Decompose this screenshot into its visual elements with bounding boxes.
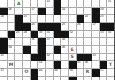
cell-letter: E xyxy=(69,46,76,53)
grid-cell[interactable] xyxy=(23,38,31,46)
clue-number: 15 xyxy=(108,0,111,3)
grid-cell[interactable] xyxy=(61,61,69,69)
grid-cell[interactable]: R xyxy=(84,69,92,77)
grid-cell[interactable]: 37 xyxy=(46,38,54,46)
clue-number: 39 xyxy=(8,46,11,49)
grid-cell[interactable] xyxy=(107,8,115,16)
clue-number: 38 xyxy=(62,38,65,41)
grid-cell[interactable]: 41 xyxy=(0,54,8,62)
grid-cell[interactable] xyxy=(15,8,23,16)
black-cell xyxy=(0,38,8,46)
grid-cell[interactable] xyxy=(54,54,62,62)
grid-cell[interactable] xyxy=(84,23,92,31)
clue-number: 28 xyxy=(16,31,19,34)
grid-cell[interactable] xyxy=(84,77,92,80)
clue-number: 45 xyxy=(77,61,80,64)
grid-cell[interactable] xyxy=(84,46,92,54)
grid-cell[interactable] xyxy=(69,15,77,23)
grid-cell[interactable] xyxy=(46,8,54,16)
clue-number: 51 xyxy=(100,69,103,72)
grid-cell[interactable] xyxy=(8,15,16,23)
clue-number: 29 xyxy=(23,31,26,34)
grid-cell[interactable] xyxy=(46,61,54,69)
grid-cell[interactable] xyxy=(0,23,8,31)
black-cell xyxy=(54,46,62,54)
grid-cell[interactable] xyxy=(54,77,62,80)
grid-cell[interactable]: 21 xyxy=(23,15,31,23)
cell-letter: A xyxy=(15,0,22,7)
clue-number: 21 xyxy=(23,15,26,18)
grid-cell[interactable]: 43 xyxy=(92,54,100,62)
grid-cell[interactable] xyxy=(15,38,23,46)
black-cell xyxy=(31,69,39,77)
grid-cell[interactable] xyxy=(77,38,85,46)
grid-cell[interactable] xyxy=(0,0,8,8)
grid-cell[interactable]: 22 xyxy=(84,15,92,23)
black-cell xyxy=(54,8,62,16)
grid-cell[interactable] xyxy=(31,46,39,54)
grid-cell[interactable] xyxy=(54,15,62,23)
clue-number: 43 xyxy=(92,54,95,57)
grid-cell[interactable]: 18 xyxy=(61,8,69,16)
clue-number: 40 xyxy=(62,46,65,49)
grid-cell[interactable] xyxy=(107,15,115,23)
grid-cell[interactable] xyxy=(54,38,62,46)
grid-cell[interactable] xyxy=(77,31,85,39)
grid-cell[interactable]: 45 xyxy=(77,61,85,69)
clue-number: 19 xyxy=(100,8,103,11)
clue-number: 24 xyxy=(31,23,34,26)
grid-cell[interactable] xyxy=(8,23,16,31)
grid-cell[interactable] xyxy=(107,38,115,46)
grid-cell[interactable] xyxy=(23,61,31,69)
black-cell xyxy=(38,46,46,54)
grid-cell[interactable]: 23 xyxy=(100,15,108,23)
grid-cell[interactable]: 34 xyxy=(107,31,115,39)
grid-cell[interactable]: O xyxy=(23,69,31,77)
grid-cell[interactable] xyxy=(107,54,115,62)
grid-cell[interactable] xyxy=(46,69,54,77)
grid-cell[interactable] xyxy=(100,46,108,54)
clue-number: 41 xyxy=(1,54,4,57)
grid-cell[interactable] xyxy=(92,61,100,69)
clue-number: 27 xyxy=(92,23,95,26)
clue-number: 47 xyxy=(1,69,4,72)
grid-cell[interactable]: T xyxy=(107,61,115,69)
black-cell xyxy=(31,54,39,62)
grid-cell[interactable]: 39 xyxy=(8,46,16,54)
crossword-grid: A141516171819202122232425262728293031323… xyxy=(0,0,115,80)
grid-cell[interactable] xyxy=(84,31,92,39)
grid-cell[interactable]: 20 xyxy=(0,15,8,23)
grid-cell[interactable] xyxy=(61,54,69,62)
clue-number: 30 xyxy=(39,31,42,34)
clue-number: 20 xyxy=(1,15,4,18)
grid-cell[interactable]: 16 xyxy=(8,8,16,16)
clue-number: 16 xyxy=(8,8,11,11)
clue-number: 33 xyxy=(100,31,103,34)
black-cell xyxy=(54,23,62,31)
grid-cell[interactable] xyxy=(84,38,92,46)
grid-cell[interactable] xyxy=(15,46,23,54)
clue-number: 18 xyxy=(62,8,65,11)
grid-cell[interactable] xyxy=(92,77,100,80)
grid-cell[interactable] xyxy=(77,69,85,77)
grid-cell[interactable] xyxy=(31,61,39,69)
grid-cell[interactable]: S xyxy=(69,54,77,62)
grid-cell[interactable] xyxy=(69,0,77,8)
grid-cell[interactable] xyxy=(15,69,23,77)
clue-number: 46 xyxy=(85,61,88,64)
clue-number: 48 xyxy=(39,69,42,72)
clue-number: 31 xyxy=(46,31,49,34)
grid-cell[interactable] xyxy=(92,0,100,8)
grid-cell[interactable] xyxy=(8,69,16,77)
grid-cell[interactable] xyxy=(92,38,100,46)
clue-number: 22 xyxy=(85,15,88,18)
grid-cell[interactable] xyxy=(77,77,85,80)
grid-cell[interactable] xyxy=(77,0,85,8)
black-cell xyxy=(23,46,31,54)
grid-cell[interactable]: E xyxy=(69,46,77,54)
grid-cell[interactable] xyxy=(92,31,100,39)
clue-number: 37 xyxy=(46,38,49,41)
grid-cell[interactable] xyxy=(84,0,92,8)
cell-letter: R xyxy=(84,69,91,76)
clue-number: 42 xyxy=(46,54,49,57)
clue-number: 25 xyxy=(62,23,65,26)
grid-cell[interactable]: 40 xyxy=(61,46,69,54)
grid-cell[interactable] xyxy=(0,31,8,39)
cell-letter: S xyxy=(69,54,76,61)
clue-number: 26 xyxy=(77,23,80,26)
grid-cell[interactable]: 29 xyxy=(23,31,31,39)
grid-cell[interactable] xyxy=(107,77,115,80)
grid-cell[interactable]: 15 xyxy=(107,0,115,8)
grid-cell[interactable] xyxy=(69,8,77,16)
black-cell xyxy=(69,77,77,80)
black-cell xyxy=(15,15,23,23)
grid-cell[interactable]: 28 xyxy=(15,31,23,39)
clue-number: 50 xyxy=(69,69,72,72)
black-cell xyxy=(92,8,100,16)
clue-number: 44 xyxy=(39,61,42,64)
black-cell xyxy=(92,69,100,77)
grid-cell[interactable] xyxy=(61,69,69,77)
grid-cell[interactable]: 47 xyxy=(0,69,8,77)
grid-cell[interactable] xyxy=(0,77,8,80)
grid-cell[interactable] xyxy=(38,15,46,23)
grid-cell[interactable] xyxy=(38,0,46,8)
grid-cell[interactable] xyxy=(23,77,31,80)
grid-cell[interactable]: 14 xyxy=(46,0,54,8)
grid-cell[interactable] xyxy=(15,77,23,80)
grid-cell[interactable] xyxy=(15,54,23,62)
grid-cell[interactable]: 51 xyxy=(100,69,108,77)
cell-letter: T xyxy=(107,61,114,68)
black-cell xyxy=(54,31,62,39)
grid-cell[interactable] xyxy=(107,69,115,77)
grid-cell[interactable]: 25 xyxy=(61,23,69,31)
clue-number: 36 xyxy=(31,38,34,41)
black-cell xyxy=(31,77,39,80)
cell-letter: O xyxy=(23,69,30,76)
black-cell xyxy=(54,0,62,8)
cell-letter: M xyxy=(8,61,15,68)
grid-cell[interactable] xyxy=(77,8,85,16)
grid-cell[interactable]: 30 xyxy=(38,31,46,39)
grid-cell[interactable] xyxy=(38,77,46,80)
grid-cell[interactable] xyxy=(23,0,31,8)
grid-cell[interactable]: M xyxy=(8,61,16,69)
grid-cell[interactable] xyxy=(69,38,77,46)
grid-cell[interactable]: 49 xyxy=(54,69,62,77)
grid-cell[interactable] xyxy=(46,77,54,80)
grid-cell[interactable] xyxy=(100,54,108,62)
grid-cell[interactable] xyxy=(8,54,16,62)
grid-cell[interactable]: A xyxy=(15,0,23,8)
clue-number: 32 xyxy=(69,31,72,34)
grid-cell[interactable] xyxy=(8,77,16,80)
grid-cell[interactable] xyxy=(77,46,85,54)
grid-cell[interactable] xyxy=(107,46,115,54)
black-cell xyxy=(38,38,46,46)
clue-number: 35 xyxy=(8,38,11,41)
clue-number: 34 xyxy=(108,31,111,34)
grid-cell[interactable] xyxy=(46,15,54,23)
grid-cell[interactable]: 32 xyxy=(69,31,77,39)
grid-cell[interactable]: 33 xyxy=(100,31,108,39)
grid-cell[interactable]: 46 xyxy=(84,61,92,69)
grid-cell[interactable] xyxy=(23,54,31,62)
grid-cell[interactable]: 42 xyxy=(46,54,54,62)
clue-number: 14 xyxy=(46,0,49,3)
grid-cell[interactable] xyxy=(100,77,108,80)
grid-cell[interactable] xyxy=(61,77,69,80)
grid-cell[interactable]: 26 xyxy=(77,23,85,31)
grid-cell[interactable]: 17 xyxy=(31,8,39,16)
grid-cell[interactable]: 48 xyxy=(38,69,46,77)
grid-cell[interactable]: 50 xyxy=(69,69,77,77)
clue-number: 17 xyxy=(31,8,34,11)
clue-number: 23 xyxy=(100,15,103,18)
grid-cell[interactable]: 24 xyxy=(31,23,39,31)
grid-cell[interactable]: 36 xyxy=(31,38,39,46)
clue-number: 49 xyxy=(54,69,57,72)
black-cell xyxy=(38,8,46,16)
grid-cell[interactable] xyxy=(100,38,108,46)
grid-cell[interactable]: 27 xyxy=(92,23,100,31)
grid-cell[interactable] xyxy=(15,61,23,69)
